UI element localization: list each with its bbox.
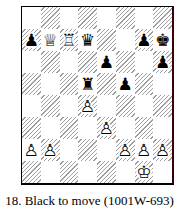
square-e8[interactable] — [97, 7, 116, 29]
square-g1[interactable]: ♔ — [135, 161, 154, 183]
square-a5[interactable] — [22, 73, 41, 95]
black-pawn-piece[interactable]: ♟ — [155, 54, 170, 71]
square-f1[interactable] — [116, 161, 135, 183]
square-c1[interactable] — [60, 161, 79, 183]
square-e1[interactable] — [97, 161, 116, 183]
square-b7[interactable]: ♕ — [41, 29, 60, 51]
square-h3[interactable] — [153, 117, 172, 139]
square-b5[interactable] — [41, 73, 60, 95]
square-f4[interactable] — [116, 95, 135, 117]
square-d4[interactable]: ♙ — [78, 95, 97, 117]
square-g6[interactable] — [135, 51, 154, 73]
square-g2[interactable]: ♙ — [135, 139, 154, 161]
square-d7[interactable]: ♛ — [78, 29, 97, 51]
square-e3[interactable]: ♙ — [97, 117, 116, 139]
square-c4[interactable] — [60, 95, 79, 117]
square-h4[interactable] — [153, 95, 172, 117]
square-h8[interactable] — [153, 7, 172, 29]
square-e2[interactable] — [97, 139, 116, 161]
square-g4[interactable] — [135, 95, 154, 117]
square-f2[interactable]: ♙ — [116, 139, 135, 161]
square-g3[interactable] — [135, 117, 154, 139]
diagram-caption: 18. Black to move (1001W-693) — [0, 193, 179, 209]
black-rook-piece[interactable]: ♜ — [80, 76, 95, 93]
square-f5[interactable]: ♟ — [116, 73, 135, 95]
square-f8[interactable] — [116, 7, 135, 29]
white-pawn-piece[interactable]: ♙ — [136, 142, 151, 159]
square-h6[interactable]: ♟ — [153, 51, 172, 73]
square-g7[interactable]: ♟ — [135, 29, 154, 51]
black-pawn-piece[interactable]: ♟ — [118, 76, 133, 93]
square-b3[interactable] — [41, 117, 60, 139]
white-rook-piece[interactable]: ♖ — [61, 32, 76, 49]
square-e4[interactable] — [97, 95, 116, 117]
square-f6[interactable] — [116, 51, 135, 73]
square-e7[interactable] — [97, 29, 116, 51]
white-pawn-piece[interactable]: ♙ — [99, 120, 114, 137]
black-pawn-piece[interactable]: ♟ — [136, 32, 151, 49]
square-a3[interactable] — [22, 117, 41, 139]
square-b1[interactable] — [41, 161, 60, 183]
square-h7[interactable]: ♚ — [153, 29, 172, 51]
square-a7[interactable]: ♟ — [22, 29, 41, 51]
square-a4[interactable] — [22, 95, 41, 117]
square-d2[interactable] — [78, 139, 97, 161]
square-a6[interactable] — [22, 51, 41, 73]
white-pawn-piece[interactable]: ♙ — [43, 142, 58, 159]
white-pawn-piece[interactable]: ♙ — [118, 142, 133, 159]
square-d1[interactable] — [78, 161, 97, 183]
white-pawn-piece[interactable]: ♙ — [80, 98, 95, 115]
square-c3[interactable] — [60, 117, 79, 139]
square-c8[interactable] — [60, 7, 79, 29]
square-c6[interactable] — [60, 51, 79, 73]
square-d5[interactable]: ♜ — [78, 73, 97, 95]
square-h5[interactable] — [153, 73, 172, 95]
square-d8[interactable] — [78, 7, 97, 29]
white-pawn-piece[interactable]: ♙ — [24, 142, 39, 159]
square-g5[interactable] — [135, 73, 154, 95]
square-e5[interactable] — [97, 73, 116, 95]
square-g8[interactable] — [135, 7, 154, 29]
chess-diagram-page: ♟♕♖♛♟♚♟♟♜♟♙♙♙♙♙♙♙♔ 18. Black to move (10… — [0, 0, 179, 217]
black-pawn-piece[interactable]: ♟ — [99, 54, 114, 71]
square-f7[interactable] — [116, 29, 135, 51]
square-c2[interactable] — [60, 139, 79, 161]
square-b8[interactable] — [41, 7, 60, 29]
square-a1[interactable] — [22, 161, 41, 183]
black-queen-piece[interactable]: ♛ — [80, 32, 95, 49]
square-f3[interactable] — [116, 117, 135, 139]
black-king-piece[interactable]: ♚ — [155, 32, 170, 49]
square-b4[interactable] — [41, 95, 60, 117]
square-b2[interactable]: ♙ — [41, 139, 60, 161]
square-a8[interactable] — [22, 7, 41, 29]
square-c7[interactable]: ♖ — [60, 29, 79, 51]
square-a2[interactable]: ♙ — [22, 139, 41, 161]
square-e6[interactable]: ♟ — [97, 51, 116, 73]
square-h1[interactable] — [153, 161, 172, 183]
square-b6[interactable] — [41, 51, 60, 73]
chess-board: ♟♕♖♛♟♚♟♟♜♟♙♙♙♙♙♙♙♔ — [21, 6, 174, 185]
white-queen-piece[interactable]: ♕ — [43, 32, 58, 49]
white-pawn-piece[interactable]: ♙ — [155, 142, 170, 159]
black-pawn-piece[interactable]: ♟ — [24, 32, 39, 49]
square-h2[interactable]: ♙ — [153, 139, 172, 161]
square-d6[interactable] — [78, 51, 97, 73]
square-c5[interactable] — [60, 73, 79, 95]
white-king-piece[interactable]: ♔ — [136, 164, 151, 181]
square-d3[interactable] — [78, 117, 97, 139]
